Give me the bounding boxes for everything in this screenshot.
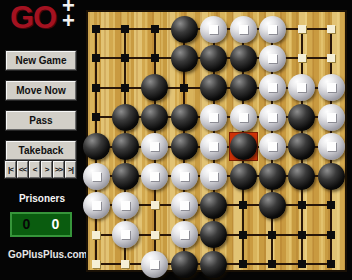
white-territory-marker [327,25,335,33]
board-point[interactable] [258,250,287,279]
board-point[interactable] [140,162,169,191]
black-territory-marker [151,25,159,33]
white-stone [259,16,286,43]
white-stone [141,163,168,190]
black-territory-marker [298,201,306,209]
board-point[interactable] [111,250,140,279]
board-point[interactable] [199,44,228,73]
white-territory-marker [298,54,306,62]
board-point[interactable] [317,220,346,249]
black-territory-marker [180,84,188,92]
black-territory-marker [239,260,247,268]
white-status-square [180,172,189,181]
white-stone [259,133,286,160]
white-stone [259,104,286,131]
black-stone [200,74,227,101]
black-territory-marker [92,84,100,92]
white-stone [112,192,139,219]
black-stone [200,192,227,219]
black-stone [200,45,227,72]
takeback-button[interactable]: Takeback [6,141,76,160]
white-territory-marker [151,201,159,209]
black-territory-marker [327,231,335,239]
white-stone [318,104,345,131]
nav-forward-button[interactable]: > [41,161,52,178]
white-status-square [297,83,306,92]
black-stone [288,163,315,190]
board-point[interactable] [317,73,346,102]
board-point[interactable] [140,132,169,161]
black-territory-marker [327,260,335,268]
prisoners-label: Prisoners [0,193,84,204]
board-point[interactable] [229,103,258,132]
nav-back-button[interactable]: < [29,161,40,178]
black-stone [318,163,345,190]
board-point[interactable] [229,191,258,220]
board-point[interactable] [82,162,111,191]
board-point[interactable] [199,15,228,44]
board-point[interactable] [199,103,228,132]
board-point[interactable] [229,15,258,44]
black-stone [112,104,139,131]
black-territory-marker [239,201,247,209]
nav-last-button[interactable]: >| [65,161,76,178]
black-territory-marker [121,25,129,33]
site-link[interactable]: GoPlusPlus.com [8,249,87,260]
board-point[interactable] [170,132,199,161]
white-status-square [268,54,277,63]
board-point[interactable] [258,220,287,249]
black-territory-marker [92,54,100,62]
white-status-square [150,260,159,269]
black-territory-marker [121,84,129,92]
white-stone [200,163,227,190]
white-stone [230,104,257,131]
board-point[interactable] [140,44,169,73]
white-stone [141,133,168,160]
black-territory-marker [151,54,159,62]
white-status-square [327,83,336,92]
white-status-square [209,142,218,151]
black-stone [288,104,315,131]
white-status-square [121,230,130,239]
board-point[interactable] [229,44,258,73]
black-stone [171,251,198,278]
board-point[interactable] [140,103,169,132]
board-point[interactable] [140,15,169,44]
board-point[interactable] [258,15,287,44]
board-point[interactable] [317,15,346,44]
black-territory-marker [92,25,100,33]
board-point[interactable] [287,44,316,73]
board-point[interactable] [287,132,316,161]
black-stone [112,163,139,190]
white-territory-marker [151,231,159,239]
board-point[interactable] [170,191,199,220]
white-status-square [209,113,218,122]
board-point[interactable] [258,191,287,220]
black-stone [112,133,139,160]
go-board[interactable] [86,10,347,272]
board-point[interactable] [82,191,111,220]
white-stone [318,74,345,101]
white-stone [83,163,110,190]
white-status-square [180,230,189,239]
board-point[interactable] [287,220,316,249]
board-point[interactable] [229,162,258,191]
board-point[interactable] [229,250,258,279]
nav-first-button[interactable]: |< [5,161,16,178]
white-stone [171,163,198,190]
black-stone [171,45,198,72]
white-status-square [268,142,277,151]
board-point[interactable] [111,132,140,161]
last-move-marker[interactable] [229,132,258,161]
white-status-square [327,142,336,151]
board-point[interactable] [199,132,228,161]
board-point[interactable] [170,250,199,279]
black-stone [141,74,168,101]
black-stone [200,221,227,248]
board-point[interactable] [317,103,346,132]
board-point[interactable] [82,15,111,44]
board-point[interactable] [111,44,140,73]
black-territory-marker [298,260,306,268]
board-point[interactable] [287,162,316,191]
black-territory-marker [268,231,276,239]
board-point[interactable] [170,162,199,191]
white-status-square [239,113,248,122]
board-point[interactable] [287,15,316,44]
white-territory-marker [327,54,335,62]
move-now-button[interactable]: Move Now [6,81,76,100]
black-stone [259,163,286,190]
white-territory-marker [92,231,100,239]
white-status-square [327,113,336,122]
app-logo: GO + + [8,0,86,38]
board-point[interactable] [317,44,346,73]
board-point[interactable] [199,191,228,220]
white-stone [259,45,286,72]
black-territory-marker [268,260,276,268]
white-status-square [268,113,277,122]
black-stone [259,192,286,219]
white-status-square [121,201,130,210]
board-point[interactable] [199,250,228,279]
new-game-button[interactable]: New Game [6,51,76,70]
nav-fast-back-button[interactable]: << [17,161,28,178]
white-territory-marker [298,25,306,33]
white-status-square [92,201,101,210]
white-stone [200,16,227,43]
board-point[interactable] [111,15,140,44]
black-territory-marker [298,231,306,239]
black-stone [230,74,257,101]
nav-fast-forward-button[interactable]: >> [53,161,64,178]
pass-button[interactable]: Pass [6,111,76,130]
white-stone [259,74,286,101]
white-stone [318,133,345,160]
logo-go-text: GO [10,0,56,36]
board-point[interactable] [140,191,169,220]
board-point[interactable] [82,250,111,279]
board-point[interactable] [82,132,111,161]
black-stone [171,133,198,160]
black-stone [230,163,257,190]
board-point[interactable] [229,220,258,249]
white-stone [288,74,315,101]
board-point[interactable] [170,220,199,249]
white-status-square [150,142,159,151]
white-stone [200,104,227,131]
board-point[interactable] [170,103,199,132]
goplusplus-window: GO + + New Game Move Now Pass Takeback |… [0,0,352,280]
black-territory-marker [121,54,129,62]
white-stone [83,192,110,219]
black-territory-marker [239,231,247,239]
board-point[interactable] [111,220,140,249]
board-point[interactable] [287,103,316,132]
black-stone [200,251,227,278]
white-status-square [209,172,218,181]
white-territory-marker [121,260,129,268]
board-point[interactable] [199,162,228,191]
white-status-square [239,25,248,34]
black-stone [171,16,198,43]
board-point[interactable] [199,220,228,249]
white-prisoners-count: 0 [41,214,70,235]
white-territory-marker [92,260,100,268]
white-status-square [268,25,277,34]
board-point[interactable] [111,73,140,102]
logo-plus-icon: + [62,13,75,29]
white-status-square [180,201,189,210]
board-point[interactable] [199,73,228,102]
board-point[interactable] [140,73,169,102]
board-point[interactable] [111,103,140,132]
white-stone [171,192,198,219]
board-point[interactable] [170,73,199,102]
white-stone [141,251,168,278]
board-point[interactable] [140,220,169,249]
white-stone [171,221,198,248]
black-stone [230,133,257,160]
board-point[interactable] [287,250,316,279]
board-point[interactable] [317,162,346,191]
board-point[interactable] [258,162,287,191]
board-point[interactable] [82,103,111,132]
white-status-square [268,83,277,92]
board-point[interactable] [287,73,316,102]
black-stone [288,133,315,160]
board-point[interactable] [170,44,199,73]
board-point[interactable] [170,15,199,44]
white-stone [112,221,139,248]
board-point[interactable] [258,73,287,102]
black-stone [230,45,257,72]
prisoner-counter: 0 0 [10,212,72,237]
black-territory-marker [92,113,100,121]
black-prisoners-count: 0 [12,214,41,235]
board-point[interactable] [317,250,346,279]
white-stone [200,133,227,160]
board-point[interactable] [258,132,287,161]
board-point[interactable] [258,103,287,132]
board-point[interactable] [82,220,111,249]
white-stone [230,16,257,43]
board-point[interactable] [82,44,111,73]
white-status-square [209,25,218,34]
board-point[interactable] [317,191,346,220]
board-point[interactable] [258,44,287,73]
board-point[interactable] [111,162,140,191]
board-point[interactable] [140,250,169,279]
board-point[interactable] [82,73,111,102]
black-stone [83,133,110,160]
board-point[interactable] [317,132,346,161]
black-stone [141,104,168,131]
board-point[interactable] [111,191,140,220]
board-point[interactable] [229,73,258,102]
black-stone [171,104,198,131]
white-status-square [150,172,159,181]
board-point[interactable] [287,191,316,220]
white-status-square [92,172,101,181]
black-territory-marker [327,201,335,209]
